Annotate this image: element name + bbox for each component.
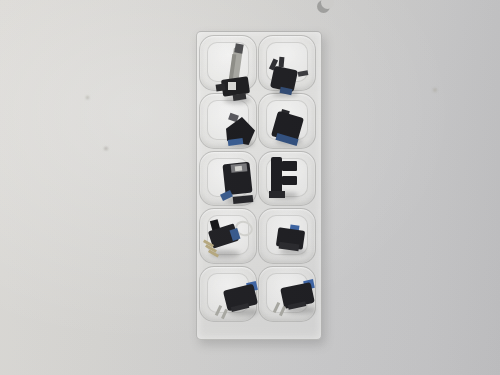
pocket-depression bbox=[207, 158, 249, 198]
tray-pocket-r2c2 bbox=[258, 93, 316, 149]
crescent-smudge-cover bbox=[321, 0, 334, 9]
product-photo bbox=[0, 0, 500, 375]
pocket-depression bbox=[266, 100, 308, 140]
tray-pocket-r1c2 bbox=[258, 35, 316, 91]
tray-pocket-r3c1 bbox=[199, 151, 257, 207]
backdrop-speck bbox=[86, 96, 89, 99]
tray-pocket-r5c2 bbox=[258, 266, 316, 322]
pocket-depression bbox=[207, 273, 249, 313]
tray-pocket-r1c1 bbox=[199, 35, 257, 91]
tray-pocket-r4c2 bbox=[258, 208, 316, 264]
pocket-depression bbox=[207, 42, 249, 82]
backdrop-speck bbox=[104, 147, 108, 150]
tray-pocket-r3c2 bbox=[258, 151, 316, 207]
pocket-depression bbox=[266, 273, 308, 313]
backdrop-speck bbox=[433, 88, 437, 92]
pocket-depression bbox=[266, 42, 308, 82]
tray-pocket-r4c1 bbox=[199, 208, 257, 264]
pocket-depression bbox=[266, 158, 308, 198]
pocket-depression bbox=[207, 100, 249, 140]
tray-pocket-r5c1 bbox=[199, 266, 257, 322]
pocket-depression bbox=[207, 215, 249, 255]
tray-pocket-r2c1 bbox=[199, 93, 257, 149]
pocket-depression bbox=[266, 215, 308, 255]
